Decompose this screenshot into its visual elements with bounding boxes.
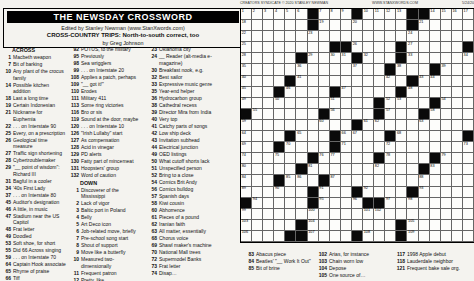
grid-cell[interactable]: 107 — [308, 231, 319, 242]
grid-cell[interactable] — [452, 31, 463, 42]
grid-cell[interactable] — [274, 109, 285, 120]
grid-cell[interactable] — [374, 187, 385, 198]
grid-cell[interactable] — [396, 142, 407, 153]
grid-cell[interactable]: 60 — [319, 120, 330, 131]
grid-cell[interactable] — [263, 164, 274, 175]
grid-cell[interactable] — [430, 87, 441, 98]
grid-cell[interactable] — [308, 42, 319, 53]
grid-cell[interactable] — [296, 142, 307, 153]
grid-cell[interactable] — [319, 142, 330, 153]
grid-cell[interactable] — [341, 31, 352, 42]
grid-cell[interactable] — [296, 187, 307, 198]
grid-cell[interactable]: 96 — [352, 198, 363, 209]
grid-cell[interactable] — [341, 198, 352, 209]
grid-cell[interactable] — [285, 109, 296, 120]
grid-cell[interactable] — [407, 164, 418, 175]
grid-cell[interactable] — [463, 231, 474, 242]
grid-cell[interactable] — [363, 153, 374, 164]
grid-cell[interactable] — [374, 53, 385, 64]
grid-cell[interactable] — [385, 164, 396, 175]
grid-cell[interactable] — [296, 20, 307, 31]
grid-cell[interactable]: 65 — [296, 131, 307, 142]
grid-cell[interactable] — [374, 131, 385, 142]
grid-cell[interactable] — [452, 220, 463, 231]
grid-cell[interactable] — [319, 87, 330, 98]
grid-cell[interactable] — [363, 31, 374, 42]
grid-cell[interactable] — [252, 209, 263, 220]
grid-cell[interactable] — [452, 198, 463, 209]
grid-cell[interactable] — [441, 198, 452, 209]
grid-cell[interactable] — [308, 109, 319, 120]
grid-cell[interactable]: 4 — [274, 9, 285, 20]
grid-cell[interactable] — [430, 142, 441, 153]
grid-cell[interactable] — [407, 131, 418, 142]
grid-cell[interactable] — [452, 109, 463, 120]
grid-cell[interactable]: 82 — [374, 164, 385, 175]
grid-cell[interactable]: 11 — [374, 9, 385, 20]
grid-cell[interactable] — [274, 164, 285, 175]
grid-cell[interactable]: 17 — [463, 9, 474, 20]
grid-cell[interactable]: 63 — [419, 120, 430, 131]
grid-cell[interactable] — [308, 120, 319, 131]
grid-cell[interactable] — [330, 187, 341, 198]
grid-cell[interactable] — [463, 64, 474, 75]
grid-cell[interactable] — [407, 109, 418, 120]
grid-cell[interactable]: 62 — [374, 120, 385, 131]
grid-cell[interactable] — [252, 20, 263, 31]
grid-cell[interactable]: 108 — [363, 231, 374, 242]
grid-cell[interactable] — [452, 153, 463, 164]
grid-cell[interactable]: 64 — [241, 131, 252, 142]
grid-cell[interactable]: 87 — [330, 175, 341, 186]
grid-cell[interactable] — [308, 175, 319, 186]
grid-cell[interactable] — [330, 120, 341, 131]
grid-cell[interactable] — [263, 175, 274, 186]
grid-cell[interactable] — [463, 76, 474, 87]
grid-cell[interactable]: 109 — [407, 231, 418, 242]
grid-cell[interactable]: 66 — [341, 131, 352, 142]
grid-cell[interactable] — [396, 31, 407, 42]
grid-cell[interactable]: 53 — [396, 98, 407, 109]
grid-cell[interactable] — [274, 231, 285, 242]
grid-cell[interactable] — [374, 31, 385, 42]
grid-cell[interactable]: 102 — [374, 209, 385, 220]
grid-cell[interactable] — [452, 209, 463, 220]
grid-cell[interactable]: 58 — [430, 109, 441, 120]
grid-cell[interactable] — [352, 164, 363, 175]
grid-cell[interactable] — [363, 20, 374, 31]
grid-cell[interactable] — [296, 98, 307, 109]
grid-cell[interactable] — [296, 87, 307, 98]
grid-cell[interactable]: 103 — [241, 220, 252, 231]
grid-cell[interactable]: 26 — [352, 42, 363, 53]
grid-cell[interactable] — [385, 20, 396, 31]
grid-cell[interactable]: 34 — [463, 53, 474, 64]
grid-cell[interactable] — [263, 64, 274, 75]
grid-cell[interactable] — [330, 31, 341, 42]
grid-cell[interactable] — [441, 187, 452, 198]
grid-cell[interactable]: 80 — [241, 164, 252, 175]
grid-cell[interactable] — [341, 220, 352, 231]
grid-cell[interactable] — [308, 131, 319, 142]
grid-cell[interactable] — [263, 31, 274, 42]
grid-cell[interactable]: 52 — [385, 98, 396, 109]
grid-cell[interactable] — [285, 64, 296, 75]
grid-cell[interactable]: 14 — [430, 9, 441, 20]
grid-cell[interactable] — [463, 164, 474, 175]
grid-cell[interactable]: 16 — [452, 9, 463, 20]
grid-cell[interactable] — [430, 42, 441, 53]
grid-cell[interactable]: 48 — [407, 87, 418, 98]
grid-cell[interactable]: 37 — [352, 64, 363, 75]
grid-cell[interactable] — [352, 220, 363, 231]
grid-cell[interactable] — [252, 98, 263, 109]
grid-cell[interactable]: 99 — [241, 209, 252, 220]
grid-cell[interactable] — [285, 42, 296, 53]
grid-cell[interactable] — [274, 220, 285, 231]
grid-cell[interactable] — [396, 164, 407, 175]
grid-cell[interactable] — [263, 131, 274, 142]
grid-cell[interactable] — [341, 64, 352, 75]
grid-cell[interactable] — [396, 209, 407, 220]
grid-cell[interactable] — [463, 220, 474, 231]
grid-cell[interactable] — [252, 42, 263, 53]
grid-cell[interactable]: 20 — [352, 20, 363, 31]
grid-cell[interactable]: 74 — [241, 153, 252, 164]
grid-cell[interactable] — [352, 153, 363, 164]
grid-cell[interactable] — [352, 98, 363, 109]
grid-cell[interactable]: 47 — [341, 87, 352, 98]
grid-cell[interactable]: 43 — [419, 76, 430, 87]
grid-cell[interactable] — [396, 153, 407, 164]
grid-cell[interactable] — [330, 64, 341, 75]
grid-cell[interactable] — [263, 87, 274, 98]
grid-cell[interactable] — [363, 64, 374, 75]
grid-cell[interactable] — [385, 31, 396, 42]
grid-cell[interactable] — [285, 98, 296, 109]
grid-cell[interactable] — [463, 187, 474, 198]
grid-cell[interactable] — [419, 220, 430, 231]
grid-cell[interactable] — [419, 42, 430, 53]
grid-cell[interactable] — [374, 175, 385, 186]
grid-cell[interactable] — [252, 153, 263, 164]
grid-cell[interactable] — [441, 131, 452, 142]
grid-cell[interactable] — [341, 153, 352, 164]
grid-cell[interactable] — [430, 209, 441, 220]
grid-cell[interactable]: 67 — [352, 131, 363, 142]
grid-cell[interactable] — [374, 42, 385, 53]
grid-cell[interactable] — [252, 220, 263, 231]
grid-cell[interactable] — [396, 20, 407, 31]
grid-cell[interactable] — [252, 231, 263, 242]
grid-cell[interactable] — [330, 76, 341, 87]
grid-cell[interactable] — [341, 209, 352, 220]
grid-cell[interactable] — [430, 231, 441, 242]
grid-cell[interactable] — [396, 198, 407, 209]
grid-cell[interactable]: 42 — [385, 76, 396, 87]
grid-cell[interactable] — [352, 109, 363, 120]
grid-cell[interactable] — [407, 120, 418, 131]
grid-cell[interactable] — [363, 220, 374, 231]
grid-cell[interactable] — [452, 142, 463, 153]
grid-cell[interactable] — [452, 175, 463, 186]
grid-cell[interactable] — [296, 120, 307, 131]
grid-cell[interactable] — [419, 53, 430, 64]
grid-cell[interactable] — [252, 175, 263, 186]
grid-cell[interactable] — [308, 64, 319, 75]
grid-cell[interactable] — [296, 209, 307, 220]
grid-cell[interactable]: 40 — [241, 76, 252, 87]
grid-cell[interactable] — [296, 153, 307, 164]
grid-cell[interactable]: 5 — [285, 9, 296, 20]
grid-cell[interactable] — [463, 87, 474, 98]
grid-cell[interactable] — [407, 142, 418, 153]
grid-cell[interactable] — [263, 187, 274, 198]
grid-cell[interactable] — [363, 164, 374, 175]
grid-cell[interactable] — [407, 98, 418, 109]
grid-cell[interactable] — [441, 87, 452, 98]
grid-cell[interactable] — [441, 109, 452, 120]
grid-cell[interactable] — [285, 220, 296, 231]
grid-cell[interactable] — [285, 209, 296, 220]
grid-cell[interactable] — [341, 98, 352, 109]
grid-cell[interactable] — [263, 53, 274, 64]
grid-cell[interactable] — [452, 231, 463, 242]
grid-cell[interactable] — [263, 76, 274, 87]
grid-cell[interactable] — [463, 198, 474, 209]
grid-cell[interactable] — [352, 76, 363, 87]
grid-cell[interactable]: 51 — [330, 98, 341, 109]
grid-cell[interactable]: 69 — [241, 142, 252, 153]
grid-cell[interactable] — [319, 76, 330, 87]
grid-cell[interactable] — [419, 98, 430, 109]
grid-cell[interactable] — [263, 231, 274, 242]
grid-cell[interactable] — [252, 64, 263, 75]
grid-cell[interactable]: 1 — [241, 9, 252, 20]
grid-cell[interactable] — [441, 209, 452, 220]
grid-cell[interactable] — [385, 175, 396, 186]
grid-cell[interactable] — [308, 76, 319, 87]
grid-cell[interactable]: 76 — [319, 153, 330, 164]
grid-cell[interactable]: 2 — [252, 9, 263, 20]
grid-cell[interactable] — [274, 20, 285, 31]
grid-cell[interactable]: 44 — [430, 76, 441, 87]
grid-cell[interactable] — [319, 209, 330, 220]
grid-cell[interactable]: 86 — [296, 175, 307, 186]
grid-cell[interactable] — [419, 142, 430, 153]
grid-cell[interactable] — [441, 142, 452, 153]
grid-cell[interactable]: 7 — [319, 9, 330, 20]
grid-cell[interactable]: 105 — [407, 220, 418, 231]
grid-cell[interactable] — [252, 31, 263, 42]
grid-cell[interactable] — [319, 31, 330, 42]
grid-cell[interactable]: 94 — [252, 198, 263, 209]
grid-cell[interactable] — [263, 220, 274, 231]
grid-cell[interactable] — [363, 131, 374, 142]
grid-cell[interactable] — [308, 87, 319, 98]
grid-cell[interactable] — [263, 109, 274, 120]
grid-cell[interactable] — [452, 120, 463, 131]
grid-cell[interactable]: 92 — [363, 187, 374, 198]
grid-cell[interactable] — [430, 120, 441, 131]
grid-cell[interactable] — [419, 131, 430, 142]
grid-cell[interactable] — [296, 31, 307, 42]
grid-cell[interactable] — [274, 31, 285, 42]
grid-cell[interactable] — [452, 53, 463, 64]
grid-cell[interactable] — [385, 231, 396, 242]
grid-cell[interactable]: 19 — [319, 20, 330, 31]
grid-cell[interactable]: 72 — [385, 142, 396, 153]
grid-cell[interactable] — [385, 220, 396, 231]
grid-cell[interactable] — [319, 164, 330, 175]
grid-cell[interactable] — [285, 153, 296, 164]
grid-cell[interactable]: 85 — [285, 175, 296, 186]
grid-cell[interactable] — [263, 198, 274, 209]
grid-cell[interactable] — [441, 220, 452, 231]
grid-cell[interactable] — [363, 175, 374, 186]
grid-cell[interactable] — [352, 31, 363, 42]
grid-cell[interactable] — [385, 209, 396, 220]
grid-cell[interactable]: 104 — [308, 220, 319, 231]
grid-cell[interactable] — [463, 20, 474, 31]
grid-cell[interactable] — [430, 198, 441, 209]
grid-cell[interactable] — [296, 198, 307, 209]
grid-cell[interactable]: 95 — [319, 198, 330, 209]
grid-cell[interactable] — [463, 109, 474, 120]
grid-cell[interactable] — [330, 164, 341, 175]
grid-cell[interactable] — [363, 142, 374, 153]
grid-cell[interactable]: 84 — [241, 175, 252, 186]
grid-cell[interactable] — [385, 187, 396, 198]
grid-cell[interactable] — [263, 42, 274, 53]
grid-cell[interactable] — [430, 31, 441, 42]
grid-cell[interactable] — [274, 198, 285, 209]
grid-cell[interactable] — [274, 42, 285, 53]
grid-cell[interactable] — [274, 53, 285, 64]
grid-cell[interactable] — [452, 87, 463, 98]
grid-cell[interactable] — [430, 187, 441, 198]
grid-cell[interactable] — [341, 109, 352, 120]
grid-cell[interactable] — [430, 131, 441, 142]
grid-cell[interactable] — [352, 87, 363, 98]
grid-cell[interactable] — [452, 42, 463, 53]
grid-cell[interactable]: 46 — [285, 87, 296, 98]
grid-cell[interactable] — [430, 220, 441, 231]
grid-cell[interactable] — [296, 42, 307, 53]
grid-cell[interactable]: 93 — [419, 187, 430, 198]
grid-cell[interactable]: 59 — [241, 120, 252, 131]
grid-cell[interactable] — [341, 164, 352, 175]
grid-cell[interactable] — [419, 209, 430, 220]
grid-cell[interactable]: 81 — [308, 164, 319, 175]
grid-cell[interactable] — [441, 31, 452, 42]
grid-cell[interactable] — [252, 87, 263, 98]
grid-cell[interactable]: 97 — [385, 198, 396, 209]
grid-cell[interactable] — [419, 231, 430, 242]
grid-cell[interactable]: 23 — [308, 31, 319, 42]
grid-cell[interactable] — [341, 120, 352, 131]
grid-cell[interactable] — [341, 20, 352, 31]
grid-cell[interactable] — [319, 220, 330, 231]
grid-cell[interactable]: 98 — [407, 198, 418, 209]
grid-cell[interactable] — [296, 109, 307, 120]
grid-cell[interactable]: 56 — [330, 109, 341, 120]
grid-cell[interactable] — [274, 131, 285, 142]
grid-cell[interactable] — [252, 164, 263, 175]
grid-cell[interactable] — [363, 76, 374, 87]
grid-cell[interactable] — [252, 120, 263, 131]
grid-cell[interactable] — [441, 231, 452, 242]
grid-cell[interactable] — [352, 209, 363, 220]
grid-cell[interactable] — [274, 64, 285, 75]
grid-cell[interactable] — [452, 131, 463, 142]
grid-cell[interactable]: 89 — [241, 187, 252, 198]
grid-cell[interactable]: 61 — [363, 120, 374, 131]
grid-cell[interactable] — [319, 42, 330, 53]
grid-cell[interactable]: 83 — [430, 164, 441, 175]
grid-cell[interactable] — [385, 42, 396, 53]
grid-cell[interactable]: 100 — [308, 209, 319, 220]
grid-cell[interactable]: 32 — [363, 53, 374, 64]
grid-cell[interactable] — [385, 87, 396, 98]
grid-cell[interactable] — [407, 64, 418, 75]
grid-cell[interactable] — [274, 76, 285, 87]
grid-cell[interactable] — [341, 175, 352, 186]
grid-cell[interactable] — [274, 120, 285, 131]
grid-cell[interactable] — [452, 164, 463, 175]
grid-cell[interactable]: 55 — [252, 109, 263, 120]
grid-cell[interactable] — [374, 64, 385, 75]
grid-cell[interactable] — [263, 98, 274, 109]
grid-cell[interactable] — [285, 120, 296, 131]
grid-cell[interactable]: 70 — [285, 142, 296, 153]
grid-cell[interactable]: 8 — [330, 9, 341, 20]
grid-cell[interactable]: 45 — [241, 87, 252, 98]
grid-cell[interactable] — [407, 153, 418, 164]
grid-cell[interactable] — [330, 220, 341, 231]
grid-cell[interactable] — [441, 42, 452, 53]
grid-cell[interactable]: 18 — [241, 20, 252, 31]
grid-cell[interactable]: 27 — [407, 42, 418, 53]
grid-cell[interactable] — [452, 76, 463, 87]
grid-cell[interactable] — [452, 20, 463, 31]
grid-cell[interactable] — [452, 64, 463, 75]
grid-cell[interactable]: 6 — [296, 9, 307, 20]
grid-cell[interactable] — [263, 20, 274, 31]
grid-cell[interactable]: 90 — [274, 187, 285, 198]
grid-cell[interactable]: 41 — [296, 76, 307, 87]
grid-cell[interactable]: 50 — [274, 98, 285, 109]
grid-cell[interactable]: 28 — [241, 53, 252, 64]
grid-cell[interactable] — [385, 120, 396, 131]
grid-cell[interactable] — [396, 109, 407, 120]
grid-cell[interactable] — [319, 231, 330, 242]
grid-cell[interactable] — [430, 20, 441, 31]
grid-cell[interactable] — [252, 53, 263, 64]
grid-cell[interactable] — [396, 76, 407, 87]
grid-cell[interactable]: 25 — [241, 42, 252, 53]
grid-cell[interactable] — [441, 175, 452, 186]
grid-cell[interactable] — [430, 175, 441, 186]
grid-cell[interactable] — [374, 220, 385, 231]
grid-cell[interactable] — [441, 20, 452, 31]
grid-cell[interactable] — [374, 231, 385, 242]
grid-cell[interactable] — [463, 153, 474, 164]
grid-cell[interactable] — [463, 31, 474, 42]
grid-cell[interactable] — [385, 53, 396, 64]
grid-cell[interactable] — [419, 153, 430, 164]
grid-cell[interactable] — [463, 120, 474, 131]
